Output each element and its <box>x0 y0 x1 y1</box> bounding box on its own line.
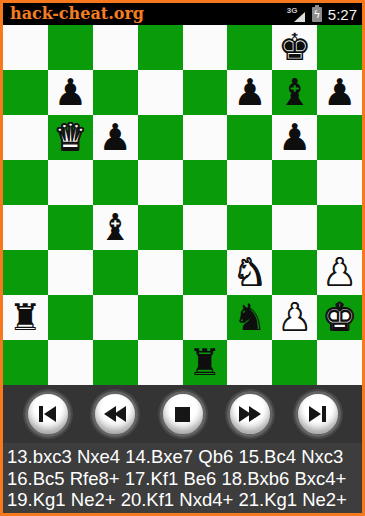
square-b1[interactable] <box>48 340 93 385</box>
piece-bp: ♟ <box>278 115 311 160</box>
square-e1[interactable]: ♜ <box>183 340 228 385</box>
square-c7[interactable] <box>93 70 138 115</box>
square-a3[interactable] <box>3 250 48 295</box>
square-h5[interactable] <box>317 160 362 205</box>
charging-bolt-icon: ϟ <box>313 7 320 22</box>
piece-bp: ♟ <box>99 115 132 160</box>
square-e2[interactable] <box>183 295 228 340</box>
piece-wn: ♞ <box>233 250 266 295</box>
square-g6[interactable]: ♟ <box>272 115 317 160</box>
square-e8[interactable] <box>183 25 228 70</box>
square-f5[interactable] <box>227 160 272 205</box>
piece-bp: ♟ <box>233 70 266 115</box>
piece-wp: ♟ <box>278 295 311 340</box>
piece-bp: ♟ <box>54 70 87 115</box>
square-b8[interactable] <box>48 25 93 70</box>
watermark-text: hack-cheat.org <box>3 3 144 25</box>
square-a2[interactable]: ♜ <box>3 295 48 340</box>
square-f2[interactable]: ♞ <box>227 295 272 340</box>
skip-to-end-icon <box>309 406 326 422</box>
square-e6[interactable] <box>183 115 228 160</box>
status-bar: hack-cheat.org 3G ϟ 5:27 <box>3 3 362 25</box>
piece-bb: ♝ <box>278 70 311 115</box>
square-b4[interactable] <box>48 205 93 250</box>
square-g7[interactable]: ♝ <box>272 70 317 115</box>
square-f8[interactable] <box>227 25 272 70</box>
square-c4[interactable]: ♝ <box>93 205 138 250</box>
square-b3[interactable] <box>48 250 93 295</box>
square-h6[interactable] <box>317 115 362 160</box>
square-c5[interactable] <box>93 160 138 205</box>
signal-triangle-icon <box>294 12 305 22</box>
square-d7[interactable] <box>138 70 183 115</box>
square-d5[interactable] <box>138 160 183 205</box>
square-c2[interactable] <box>93 295 138 340</box>
move-list[interactable]: 13.bxc3 Nxe4 14.Bxe7 Qb6 15.Bc4 Nxc3 16.… <box>3 443 362 516</box>
move-line: 16.Bc5 Rfe8+ 17.Kf1 Be6 18.Bxb6 Bxc4+ <box>7 468 359 490</box>
square-d3[interactable] <box>138 250 183 295</box>
square-h7[interactable]: ♟ <box>317 70 362 115</box>
square-c8[interactable] <box>93 25 138 70</box>
square-c6[interactable]: ♟ <box>93 115 138 160</box>
square-g4[interactable] <box>272 205 317 250</box>
skip-to-end-button[interactable] <box>295 391 341 437</box>
square-a8[interactable] <box>3 25 48 70</box>
square-f6[interactable] <box>227 115 272 160</box>
skip-to-start-icon <box>39 406 56 422</box>
square-f1[interactable] <box>227 340 272 385</box>
stop-button[interactable] <box>160 391 206 437</box>
skip-to-start-button[interactable] <box>25 391 71 437</box>
piece-wk: ♚ <box>323 295 356 340</box>
square-e4[interactable] <box>183 205 228 250</box>
square-e3[interactable] <box>183 250 228 295</box>
square-b7[interactable]: ♟ <box>48 70 93 115</box>
battery-icon: ϟ <box>312 7 322 22</box>
piece-wp: ♟ <box>323 250 356 295</box>
square-h3[interactable]: ♟ <box>317 250 362 295</box>
square-c3[interactable] <box>93 250 138 295</box>
square-a4[interactable] <box>3 205 48 250</box>
square-f7[interactable]: ♟ <box>227 70 272 115</box>
square-c1[interactable] <box>93 340 138 385</box>
square-g8[interactable]: ♚ <box>272 25 317 70</box>
rewind-button[interactable] <box>92 391 138 437</box>
status-icons: 3G ϟ 5:27 <box>289 6 362 23</box>
fast-forward-button[interactable] <box>227 391 273 437</box>
piece-br: ♜ <box>9 295 42 340</box>
square-f4[interactable] <box>227 205 272 250</box>
square-f3[interactable]: ♞ <box>227 250 272 295</box>
chess-board: ♚♟♟♝♟♛♟♟♝♞♟♜♞♟♚♜ <box>3 25 362 385</box>
piece-bn: ♞ <box>233 295 266 340</box>
square-d8[interactable] <box>138 25 183 70</box>
square-d2[interactable] <box>138 295 183 340</box>
square-b2[interactable] <box>48 295 93 340</box>
square-e5[interactable] <box>183 160 228 205</box>
piece-wq: ♛ <box>54 115 87 160</box>
square-d1[interactable] <box>138 340 183 385</box>
move-line: 13.bxc3 Nxe4 14.Bxe7 Qb6 15.Bc4 Nxc3 <box>7 446 359 468</box>
piece-br: ♜ <box>188 340 221 385</box>
square-a1[interactable] <box>3 340 48 385</box>
square-g1[interactable] <box>272 340 317 385</box>
piece-bp: ♟ <box>323 70 356 115</box>
square-b6[interactable]: ♛ <box>48 115 93 160</box>
piece-bb: ♝ <box>99 205 132 250</box>
square-a6[interactable] <box>3 115 48 160</box>
piece-bk: ♚ <box>278 25 311 70</box>
square-g2[interactable]: ♟ <box>272 295 317 340</box>
clock: 5:27 <box>328 6 357 23</box>
square-d6[interactable] <box>138 115 183 160</box>
square-g5[interactable] <box>272 160 317 205</box>
square-h4[interactable] <box>317 205 362 250</box>
move-line: 19.Kg1 Ne2+ 20.Kf1 Nxd4+ 21.Kg1 Ne2+ <box>7 489 359 511</box>
square-g3[interactable] <box>272 250 317 295</box>
square-h8[interactable] <box>317 25 362 70</box>
app-window: hack-cheat.org 3G ϟ 5:27 ♚♟♟♝♟♛♟♟♝♞♟♜♞♟♚… <box>0 0 365 516</box>
square-a5[interactable] <box>3 160 48 205</box>
fast-forward-icon <box>239 406 261 422</box>
stop-icon <box>175 407 190 422</box>
square-d4[interactable] <box>138 205 183 250</box>
playback-controls <box>3 385 362 443</box>
rewind-icon <box>104 406 126 422</box>
square-h2[interactable]: ♚ <box>317 295 362 340</box>
square-a7[interactable] <box>3 70 48 115</box>
square-b5[interactable] <box>48 160 93 205</box>
square-h1[interactable] <box>317 340 362 385</box>
square-e7[interactable] <box>183 70 228 115</box>
cell-signal-icon: 3G <box>289 6 306 23</box>
